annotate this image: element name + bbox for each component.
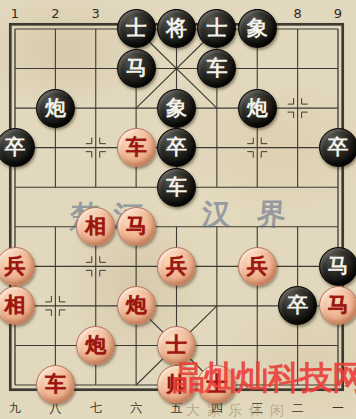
point-f6r7[interactable] bbox=[197, 286, 237, 326]
point-f1r8[interactable] bbox=[0, 326, 35, 366]
piece-black-chariot[interactable]: 车 bbox=[157, 168, 196, 207]
watermark-large: 晶灿灿科技网 bbox=[172, 356, 356, 401]
point-f6r2[interactable] bbox=[197, 88, 237, 128]
point-f2r9[interactable]: 车 bbox=[35, 365, 75, 405]
point-f4r4[interactable] bbox=[116, 167, 156, 207]
point-f8r4[interactable] bbox=[277, 167, 317, 207]
point-f1r1[interactable] bbox=[0, 49, 35, 89]
piece-black-cannon[interactable]: 炮 bbox=[238, 89, 277, 128]
point-f2r3[interactable] bbox=[35, 128, 75, 168]
piece-red-elephant[interactable]: 相 bbox=[76, 207, 115, 246]
point-f3r8[interactable]: 炮 bbox=[76, 326, 116, 366]
piece-black-advisor[interactable]: 士 bbox=[117, 9, 156, 48]
point-f4r3[interactable]: 车 bbox=[116, 128, 156, 168]
point-f2r8[interactable] bbox=[35, 326, 75, 366]
point-f8r1[interactable] bbox=[277, 49, 317, 89]
point-f4r9[interactable] bbox=[116, 365, 156, 405]
point-f7r3[interactable] bbox=[237, 128, 277, 168]
point-f4r2[interactable] bbox=[116, 88, 156, 128]
point-f3r3[interactable] bbox=[76, 128, 116, 168]
xiangqi-board: 士将士象马车炮象炮卒车卒卒车相马兵兵兵马相炮卒马炮士车帅士 bbox=[0, 9, 356, 404]
point-f1r0[interactable] bbox=[0, 9, 35, 49]
point-f7r0[interactable]: 象 bbox=[237, 9, 277, 49]
point-f7r6[interactable]: 兵 bbox=[237, 247, 277, 287]
piece-black-elephant[interactable]: 象 bbox=[157, 89, 196, 128]
piece-red-horse[interactable]: 马 bbox=[117, 207, 156, 246]
point-f6r0[interactable]: 士 bbox=[197, 9, 237, 49]
piece-black-soldier[interactable]: 卒 bbox=[319, 128, 356, 167]
point-f2r4[interactable] bbox=[35, 167, 75, 207]
point-f1r3[interactable]: 卒 bbox=[0, 128, 35, 168]
point-f3r4[interactable] bbox=[76, 167, 116, 207]
point-f5r2[interactable]: 象 bbox=[156, 88, 196, 128]
point-f5r4[interactable]: 车 bbox=[156, 167, 196, 207]
piece-red-chariot[interactable]: 车 bbox=[117, 128, 156, 167]
piece-red-cannon[interactable]: 炮 bbox=[76, 326, 115, 365]
point-f6r6[interactable] bbox=[197, 247, 237, 287]
piece-black-horse[interactable]: 马 bbox=[117, 49, 156, 88]
point-f5r5[interactable] bbox=[156, 207, 196, 247]
point-f6r3[interactable] bbox=[197, 128, 237, 168]
point-f9r5[interactable] bbox=[318, 207, 356, 247]
point-f2r7[interactable] bbox=[35, 286, 75, 326]
point-f4r6[interactable] bbox=[116, 247, 156, 287]
point-f4r5[interactable]: 马 bbox=[116, 207, 156, 247]
piece-black-advisor[interactable]: 士 bbox=[197, 9, 236, 48]
point-f2r2[interactable]: 炮 bbox=[35, 88, 75, 128]
point-f7r1[interactable] bbox=[237, 49, 277, 89]
piece-red-soldier[interactable]: 兵 bbox=[157, 247, 196, 286]
point-f4r1[interactable]: 马 bbox=[116, 49, 156, 89]
piece-black-soldier[interactable]: 卒 bbox=[0, 128, 35, 167]
piece-black-horse[interactable]: 马 bbox=[319, 247, 356, 286]
xiangqi-board-screenshot: 123456789 九八七六五四三二一 楚河 汉界 士将士象马车炮象炮卒车卒卒车… bbox=[0, 0, 356, 419]
point-f3r0[interactable] bbox=[76, 9, 116, 49]
point-f2r1[interactable] bbox=[35, 49, 75, 89]
point-f7r4[interactable] bbox=[237, 167, 277, 207]
point-f3r2[interactable] bbox=[76, 88, 116, 128]
piece-red-elephant[interactable]: 相 bbox=[0, 286, 35, 325]
point-f9r6[interactable]: 马 bbox=[318, 247, 356, 287]
point-f1r9[interactable] bbox=[0, 365, 35, 405]
point-f2r0[interactable] bbox=[35, 9, 75, 49]
piece-red-horse[interactable]: 马 bbox=[319, 286, 356, 325]
point-f8r2[interactable] bbox=[277, 88, 317, 128]
piece-black-cannon[interactable]: 炮 bbox=[36, 89, 75, 128]
point-f8r3[interactable] bbox=[277, 128, 317, 168]
point-f3r7[interactable] bbox=[76, 286, 116, 326]
point-f3r9[interactable] bbox=[76, 365, 116, 405]
piece-red-chariot[interactable]: 车 bbox=[36, 365, 75, 404]
point-f9r1[interactable] bbox=[318, 49, 356, 89]
point-f6r4[interactable] bbox=[197, 167, 237, 207]
point-f1r7[interactable]: 相 bbox=[0, 286, 35, 326]
point-f5r0[interactable]: 将 bbox=[156, 9, 196, 49]
piece-red-cannon[interactable]: 炮 bbox=[117, 286, 156, 325]
point-f6r1[interactable]: 车 bbox=[197, 49, 237, 89]
point-f6r5[interactable] bbox=[197, 207, 237, 247]
point-f3r1[interactable] bbox=[76, 49, 116, 89]
point-f2r6[interactable] bbox=[35, 247, 75, 287]
point-f5r6[interactable]: 兵 bbox=[156, 247, 196, 287]
point-f8r7[interactable]: 卒 bbox=[277, 286, 317, 326]
point-f9r3[interactable]: 卒 bbox=[318, 128, 356, 168]
point-f8r5[interactable] bbox=[277, 207, 317, 247]
point-f3r5[interactable]: 相 bbox=[76, 207, 116, 247]
watermark-small: 大家乐休闲 bbox=[186, 402, 291, 419]
point-f4r0[interactable]: 士 bbox=[116, 9, 156, 49]
point-f7r7[interactable] bbox=[237, 286, 277, 326]
piece-black-elephant[interactable]: 象 bbox=[238, 9, 277, 48]
piece-black-general[interactable]: 将 bbox=[157, 9, 196, 48]
point-f1r2[interactable] bbox=[0, 88, 35, 128]
point-f4r8[interactable] bbox=[116, 326, 156, 366]
piece-black-chariot[interactable]: 车 bbox=[197, 49, 236, 88]
point-f1r6[interactable]: 兵 bbox=[0, 247, 35, 287]
point-f7r5[interactable] bbox=[237, 207, 277, 247]
piece-red-soldier[interactable]: 兵 bbox=[0, 247, 35, 286]
point-f5r3[interactable]: 卒 bbox=[156, 128, 196, 168]
point-f8r6[interactable] bbox=[277, 247, 317, 287]
point-f5r1[interactable] bbox=[156, 49, 196, 89]
point-f9r2[interactable] bbox=[318, 88, 356, 128]
point-f5r7[interactable] bbox=[156, 286, 196, 326]
point-f9r0[interactable] bbox=[318, 9, 356, 49]
point-f9r7[interactable]: 马 bbox=[318, 286, 356, 326]
point-f1r4[interactable] bbox=[0, 167, 35, 207]
point-f7r2[interactable]: 炮 bbox=[237, 88, 277, 128]
point-f9r4[interactable] bbox=[318, 167, 356, 207]
point-f8r0[interactable] bbox=[277, 9, 317, 49]
point-f4r7[interactable]: 炮 bbox=[116, 286, 156, 326]
piece-black-soldier[interactable]: 卒 bbox=[278, 286, 317, 325]
point-f1r5[interactable] bbox=[0, 207, 35, 247]
point-f3r6[interactable] bbox=[76, 247, 116, 287]
piece-black-soldier[interactable]: 卒 bbox=[157, 128, 196, 167]
piece-red-soldier[interactable]: 兵 bbox=[238, 247, 277, 286]
point-f2r5[interactable] bbox=[35, 207, 75, 247]
